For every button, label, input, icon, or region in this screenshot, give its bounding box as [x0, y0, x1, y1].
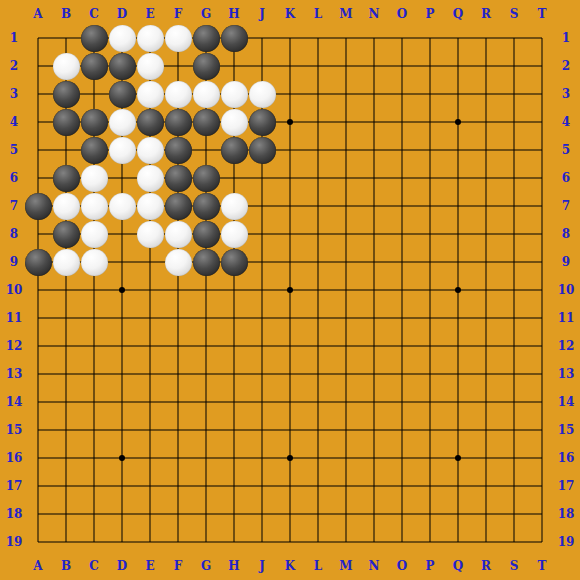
- intersection-F6[interactable]: [164, 164, 192, 192]
- intersection-K16[interactable]: [276, 444, 304, 472]
- intersection-H9[interactable]: [220, 248, 248, 276]
- intersection-N4[interactable]: [360, 108, 388, 136]
- intersection-R2[interactable]: [472, 52, 500, 80]
- intersection-C16[interactable]: [80, 444, 108, 472]
- intersection-S15[interactable]: [500, 416, 528, 444]
- intersection-N7[interactable]: [360, 192, 388, 220]
- intersection-N6[interactable]: [360, 164, 388, 192]
- intersection-H18[interactable]: [220, 500, 248, 528]
- intersection-S5[interactable]: [500, 136, 528, 164]
- intersection-N8[interactable]: [360, 220, 388, 248]
- intersection-E4[interactable]: [136, 108, 164, 136]
- intersection-M18[interactable]: [332, 500, 360, 528]
- intersection-G8[interactable]: [192, 220, 220, 248]
- intersection-L4[interactable]: [304, 108, 332, 136]
- intersection-L1[interactable]: [304, 24, 332, 52]
- intersection-E17[interactable]: [136, 472, 164, 500]
- intersection-S7[interactable]: [500, 192, 528, 220]
- intersection-M9[interactable]: [332, 248, 360, 276]
- intersection-F13[interactable]: [164, 360, 192, 388]
- intersection-F15[interactable]: [164, 416, 192, 444]
- intersection-K4[interactable]: [276, 108, 304, 136]
- intersection-A9[interactable]: [24, 248, 52, 276]
- intersection-F5[interactable]: [164, 136, 192, 164]
- intersection-H3[interactable]: [220, 80, 248, 108]
- intersection-K14[interactable]: [276, 388, 304, 416]
- intersection-F4[interactable]: [164, 108, 192, 136]
- intersection-D16[interactable]: [108, 444, 136, 472]
- intersection-B17[interactable]: [52, 472, 80, 500]
- intersection-S2[interactable]: [500, 52, 528, 80]
- intersection-H10[interactable]: [220, 276, 248, 304]
- intersection-G9[interactable]: [192, 248, 220, 276]
- intersection-L9[interactable]: [304, 248, 332, 276]
- intersection-B9[interactable]: [52, 248, 80, 276]
- intersection-Q8[interactable]: [444, 220, 472, 248]
- intersection-J5[interactable]: [248, 136, 276, 164]
- intersection-P4[interactable]: [416, 108, 444, 136]
- intersection-B3[interactable]: [52, 80, 80, 108]
- intersection-E10[interactable]: [136, 276, 164, 304]
- intersection-J2[interactable]: [248, 52, 276, 80]
- intersection-J11[interactable]: [248, 304, 276, 332]
- intersection-M1[interactable]: [332, 24, 360, 52]
- intersection-L2[interactable]: [304, 52, 332, 80]
- intersection-C18[interactable]: [80, 500, 108, 528]
- intersection-F10[interactable]: [164, 276, 192, 304]
- intersection-D12[interactable]: [108, 332, 136, 360]
- intersection-F16[interactable]: [164, 444, 192, 472]
- intersection-A8[interactable]: [24, 220, 52, 248]
- intersection-Q11[interactable]: [444, 304, 472, 332]
- intersection-J15[interactable]: [248, 416, 276, 444]
- intersection-P7[interactable]: [416, 192, 444, 220]
- intersection-K1[interactable]: [276, 24, 304, 52]
- intersection-F12[interactable]: [164, 332, 192, 360]
- intersection-M17[interactable]: [332, 472, 360, 500]
- intersection-P8[interactable]: [416, 220, 444, 248]
- intersection-B2[interactable]: [52, 52, 80, 80]
- intersection-O14[interactable]: [388, 388, 416, 416]
- intersection-K9[interactable]: [276, 248, 304, 276]
- intersection-M13[interactable]: [332, 360, 360, 388]
- intersection-H7[interactable]: [220, 192, 248, 220]
- intersection-E12[interactable]: [136, 332, 164, 360]
- intersection-K12[interactable]: [276, 332, 304, 360]
- intersection-J6[interactable]: [248, 164, 276, 192]
- intersection-H17[interactable]: [220, 472, 248, 500]
- intersection-O1[interactable]: [388, 24, 416, 52]
- intersection-H2[interactable]: [220, 52, 248, 80]
- intersection-Q12[interactable]: [444, 332, 472, 360]
- intersection-J10[interactable]: [248, 276, 276, 304]
- intersection-R10[interactable]: [472, 276, 500, 304]
- intersection-S8[interactable]: [500, 220, 528, 248]
- intersection-F8[interactable]: [164, 220, 192, 248]
- intersection-G7[interactable]: [192, 192, 220, 220]
- intersection-O17[interactable]: [388, 472, 416, 500]
- intersection-E7[interactable]: [136, 192, 164, 220]
- intersection-B11[interactable]: [52, 304, 80, 332]
- intersection-G17[interactable]: [192, 472, 220, 500]
- intersection-B16[interactable]: [52, 444, 80, 472]
- intersection-S16[interactable]: [500, 444, 528, 472]
- intersection-N16[interactable]: [360, 444, 388, 472]
- intersection-A18[interactable]: [24, 500, 52, 528]
- intersection-D4[interactable]: [108, 108, 136, 136]
- intersection-L12[interactable]: [304, 332, 332, 360]
- intersection-L14[interactable]: [304, 388, 332, 416]
- intersection-N1[interactable]: [360, 24, 388, 52]
- intersection-G2[interactable]: [192, 52, 220, 80]
- intersection-Q9[interactable]: [444, 248, 472, 276]
- intersection-G16[interactable]: [192, 444, 220, 472]
- intersection-A16[interactable]: [24, 444, 52, 472]
- intersection-H16[interactable]: [220, 444, 248, 472]
- intersection-A2[interactable]: [24, 52, 52, 80]
- intersection-D14[interactable]: [108, 388, 136, 416]
- intersection-J16[interactable]: [248, 444, 276, 472]
- intersection-Q7[interactable]: [444, 192, 472, 220]
- intersection-B1[interactable]: [52, 24, 80, 52]
- intersection-B12[interactable]: [52, 332, 80, 360]
- intersection-D17[interactable]: [108, 472, 136, 500]
- intersection-A5[interactable]: [24, 136, 52, 164]
- intersection-P10[interactable]: [416, 276, 444, 304]
- intersection-Q18[interactable]: [444, 500, 472, 528]
- intersection-L10[interactable]: [304, 276, 332, 304]
- intersection-C9[interactable]: [80, 248, 108, 276]
- intersection-A17[interactable]: [24, 472, 52, 500]
- intersection-D6[interactable]: [108, 164, 136, 192]
- intersection-M10[interactable]: [332, 276, 360, 304]
- intersection-M8[interactable]: [332, 220, 360, 248]
- intersection-K10[interactable]: [276, 276, 304, 304]
- intersection-S13[interactable]: [500, 360, 528, 388]
- intersection-E9[interactable]: [136, 248, 164, 276]
- intersection-B14[interactable]: [52, 388, 80, 416]
- intersection-P6[interactable]: [416, 164, 444, 192]
- intersection-H1[interactable]: [220, 24, 248, 52]
- intersection-L8[interactable]: [304, 220, 332, 248]
- intersection-M7[interactable]: [332, 192, 360, 220]
- intersection-A1[interactable]: [24, 24, 52, 52]
- intersection-D2[interactable]: [108, 52, 136, 80]
- intersection-P14[interactable]: [416, 388, 444, 416]
- intersection-L3[interactable]: [304, 80, 332, 108]
- intersection-P3[interactable]: [416, 80, 444, 108]
- intersection-E2[interactable]: [136, 52, 164, 80]
- intersection-E11[interactable]: [136, 304, 164, 332]
- intersection-G13[interactable]: [192, 360, 220, 388]
- intersection-B5[interactable]: [52, 136, 80, 164]
- intersection-N10[interactable]: [360, 276, 388, 304]
- intersection-N2[interactable]: [360, 52, 388, 80]
- intersection-S10[interactable]: [500, 276, 528, 304]
- intersection-S4[interactable]: [500, 108, 528, 136]
- intersection-L11[interactable]: [304, 304, 332, 332]
- intersection-G15[interactable]: [192, 416, 220, 444]
- intersection-E15[interactable]: [136, 416, 164, 444]
- intersection-C10[interactable]: [80, 276, 108, 304]
- intersection-J8[interactable]: [248, 220, 276, 248]
- intersection-Q16[interactable]: [444, 444, 472, 472]
- intersection-E18[interactable]: [136, 500, 164, 528]
- intersection-Q4[interactable]: [444, 108, 472, 136]
- intersection-S12[interactable]: [500, 332, 528, 360]
- intersection-N13[interactable]: [360, 360, 388, 388]
- intersection-O6[interactable]: [388, 164, 416, 192]
- intersection-S6[interactable]: [500, 164, 528, 192]
- intersection-R9[interactable]: [472, 248, 500, 276]
- intersection-L13[interactable]: [304, 360, 332, 388]
- intersection-D3[interactable]: [108, 80, 136, 108]
- intersection-J14[interactable]: [248, 388, 276, 416]
- intersection-N15[interactable]: [360, 416, 388, 444]
- intersection-M6[interactable]: [332, 164, 360, 192]
- intersection-P17[interactable]: [416, 472, 444, 500]
- intersection-D5[interactable]: [108, 136, 136, 164]
- intersection-G18[interactable]: [192, 500, 220, 528]
- intersection-R4[interactable]: [472, 108, 500, 136]
- intersection-L18[interactable]: [304, 500, 332, 528]
- intersection-P12[interactable]: [416, 332, 444, 360]
- intersection-F9[interactable]: [164, 248, 192, 276]
- intersection-R6[interactable]: [472, 164, 500, 192]
- intersection-R17[interactable]: [472, 472, 500, 500]
- intersection-E3[interactable]: [136, 80, 164, 108]
- intersection-C7[interactable]: [80, 192, 108, 220]
- intersection-H11[interactable]: [220, 304, 248, 332]
- intersection-R12[interactable]: [472, 332, 500, 360]
- intersection-G4[interactable]: [192, 108, 220, 136]
- intersection-L15[interactable]: [304, 416, 332, 444]
- intersection-F3[interactable]: [164, 80, 192, 108]
- intersection-C6[interactable]: [80, 164, 108, 192]
- intersection-M4[interactable]: [332, 108, 360, 136]
- intersection-J7[interactable]: [248, 192, 276, 220]
- intersection-K11[interactable]: [276, 304, 304, 332]
- intersection-D9[interactable]: [108, 248, 136, 276]
- intersection-R5[interactable]: [472, 136, 500, 164]
- intersection-E16[interactable]: [136, 444, 164, 472]
- intersection-J17[interactable]: [248, 472, 276, 500]
- intersection-N11[interactable]: [360, 304, 388, 332]
- intersection-G6[interactable]: [192, 164, 220, 192]
- intersection-A11[interactable]: [24, 304, 52, 332]
- intersection-R15[interactable]: [472, 416, 500, 444]
- intersection-B10[interactable]: [52, 276, 80, 304]
- intersection-S3[interactable]: [500, 80, 528, 108]
- intersection-J1[interactable]: [248, 24, 276, 52]
- intersection-C15[interactable]: [80, 416, 108, 444]
- intersection-E14[interactable]: [136, 388, 164, 416]
- intersection-O12[interactable]: [388, 332, 416, 360]
- intersection-Q10[interactable]: [444, 276, 472, 304]
- intersection-M12[interactable]: [332, 332, 360, 360]
- intersection-P16[interactable]: [416, 444, 444, 472]
- intersection-F2[interactable]: [164, 52, 192, 80]
- intersection-A14[interactable]: [24, 388, 52, 416]
- intersection-P13[interactable]: [416, 360, 444, 388]
- intersection-F17[interactable]: [164, 472, 192, 500]
- intersection-O2[interactable]: [388, 52, 416, 80]
- intersection-J3[interactable]: [248, 80, 276, 108]
- intersection-F11[interactable]: [164, 304, 192, 332]
- intersection-C2[interactable]: [80, 52, 108, 80]
- intersection-O5[interactable]: [388, 136, 416, 164]
- intersection-N12[interactable]: [360, 332, 388, 360]
- intersection-S9[interactable]: [500, 248, 528, 276]
- intersection-N14[interactable]: [360, 388, 388, 416]
- intersection-Q1[interactable]: [444, 24, 472, 52]
- intersection-C13[interactable]: [80, 360, 108, 388]
- intersection-S1[interactable]: [500, 24, 528, 52]
- intersection-O18[interactable]: [388, 500, 416, 528]
- intersection-D11[interactable]: [108, 304, 136, 332]
- intersection-Q17[interactable]: [444, 472, 472, 500]
- intersection-A6[interactable]: [24, 164, 52, 192]
- intersection-S14[interactable]: [500, 388, 528, 416]
- intersection-L7[interactable]: [304, 192, 332, 220]
- intersection-C14[interactable]: [80, 388, 108, 416]
- intersection-C1[interactable]: [80, 24, 108, 52]
- intersection-Q15[interactable]: [444, 416, 472, 444]
- intersection-K5[interactable]: [276, 136, 304, 164]
- intersection-B4[interactable]: [52, 108, 80, 136]
- intersection-D18[interactable]: [108, 500, 136, 528]
- intersection-R13[interactable]: [472, 360, 500, 388]
- intersection-P1[interactable]: [416, 24, 444, 52]
- intersection-D7[interactable]: [108, 192, 136, 220]
- intersection-C4[interactable]: [80, 108, 108, 136]
- intersection-D8[interactable]: [108, 220, 136, 248]
- intersection-L5[interactable]: [304, 136, 332, 164]
- intersection-C8[interactable]: [80, 220, 108, 248]
- intersection-S11[interactable]: [500, 304, 528, 332]
- intersection-M16[interactable]: [332, 444, 360, 472]
- intersection-J18[interactable]: [248, 500, 276, 528]
- intersection-E6[interactable]: [136, 164, 164, 192]
- intersection-K15[interactable]: [276, 416, 304, 444]
- intersection-O13[interactable]: [388, 360, 416, 388]
- intersection-G12[interactable]: [192, 332, 220, 360]
- intersection-K3[interactable]: [276, 80, 304, 108]
- intersection-M5[interactable]: [332, 136, 360, 164]
- intersection-F18[interactable]: [164, 500, 192, 528]
- intersection-R14[interactable]: [472, 388, 500, 416]
- intersection-J4[interactable]: [248, 108, 276, 136]
- intersection-R11[interactable]: [472, 304, 500, 332]
- intersection-K18[interactable]: [276, 500, 304, 528]
- intersection-R16[interactable]: [472, 444, 500, 472]
- intersection-O7[interactable]: [388, 192, 416, 220]
- intersection-H14[interactable]: [220, 388, 248, 416]
- intersection-H13[interactable]: [220, 360, 248, 388]
- intersection-D15[interactable]: [108, 416, 136, 444]
- intersection-D10[interactable]: [108, 276, 136, 304]
- intersection-H12[interactable]: [220, 332, 248, 360]
- intersection-G14[interactable]: [192, 388, 220, 416]
- intersection-B8[interactable]: [52, 220, 80, 248]
- intersection-L17[interactable]: [304, 472, 332, 500]
- intersection-H15[interactable]: [220, 416, 248, 444]
- intersection-K8[interactable]: [276, 220, 304, 248]
- intersection-B15[interactable]: [52, 416, 80, 444]
- intersection-C11[interactable]: [80, 304, 108, 332]
- intersection-B6[interactable]: [52, 164, 80, 192]
- intersection-R1[interactable]: [472, 24, 500, 52]
- intersection-R7[interactable]: [472, 192, 500, 220]
- intersection-N3[interactable]: [360, 80, 388, 108]
- intersection-C12[interactable]: [80, 332, 108, 360]
- intersection-Q5[interactable]: [444, 136, 472, 164]
- intersection-S17[interactable]: [500, 472, 528, 500]
- intersection-M11[interactable]: [332, 304, 360, 332]
- intersection-M15[interactable]: [332, 416, 360, 444]
- intersection-O4[interactable]: [388, 108, 416, 136]
- intersection-P9[interactable]: [416, 248, 444, 276]
- intersection-K2[interactable]: [276, 52, 304, 80]
- intersection-A13[interactable]: [24, 360, 52, 388]
- intersection-G5[interactable]: [192, 136, 220, 164]
- intersection-A7[interactable]: [24, 192, 52, 220]
- intersection-F1[interactable]: [164, 24, 192, 52]
- intersection-C5[interactable]: [80, 136, 108, 164]
- intersection-G11[interactable]: [192, 304, 220, 332]
- intersection-O3[interactable]: [388, 80, 416, 108]
- intersection-P5[interactable]: [416, 136, 444, 164]
- intersection-E8[interactable]: [136, 220, 164, 248]
- intersection-R18[interactable]: [472, 500, 500, 528]
- intersection-A10[interactable]: [24, 276, 52, 304]
- intersection-G3[interactable]: [192, 80, 220, 108]
- intersection-Q6[interactable]: [444, 164, 472, 192]
- intersection-O9[interactable]: [388, 248, 416, 276]
- intersection-J12[interactable]: [248, 332, 276, 360]
- intersection-O10[interactable]: [388, 276, 416, 304]
- intersection-D13[interactable]: [108, 360, 136, 388]
- intersection-H4[interactable]: [220, 108, 248, 136]
- intersection-G1[interactable]: [192, 24, 220, 52]
- intersection-M2[interactable]: [332, 52, 360, 80]
- intersection-H5[interactable]: [220, 136, 248, 164]
- intersection-E5[interactable]: [136, 136, 164, 164]
- intersection-H6[interactable]: [220, 164, 248, 192]
- intersection-S18[interactable]: [500, 500, 528, 528]
- intersection-N5[interactable]: [360, 136, 388, 164]
- intersection-E1[interactable]: [136, 24, 164, 52]
- intersection-F14[interactable]: [164, 388, 192, 416]
- intersection-Q2[interactable]: [444, 52, 472, 80]
- intersection-B7[interactable]: [52, 192, 80, 220]
- intersection-K17[interactable]: [276, 472, 304, 500]
- intersection-O15[interactable]: [388, 416, 416, 444]
- intersection-O16[interactable]: [388, 444, 416, 472]
- intersection-Q3[interactable]: [444, 80, 472, 108]
- intersection-A15[interactable]: [24, 416, 52, 444]
- intersection-N17[interactable]: [360, 472, 388, 500]
- intersection-E13[interactable]: [136, 360, 164, 388]
- intersection-G10[interactable]: [192, 276, 220, 304]
- intersection-C17[interactable]: [80, 472, 108, 500]
- intersection-F7[interactable]: [164, 192, 192, 220]
- intersection-R3[interactable]: [472, 80, 500, 108]
- intersection-A3[interactable]: [24, 80, 52, 108]
- intersection-Q13[interactable]: [444, 360, 472, 388]
- intersection-P2[interactable]: [416, 52, 444, 80]
- intersection-K6[interactable]: [276, 164, 304, 192]
